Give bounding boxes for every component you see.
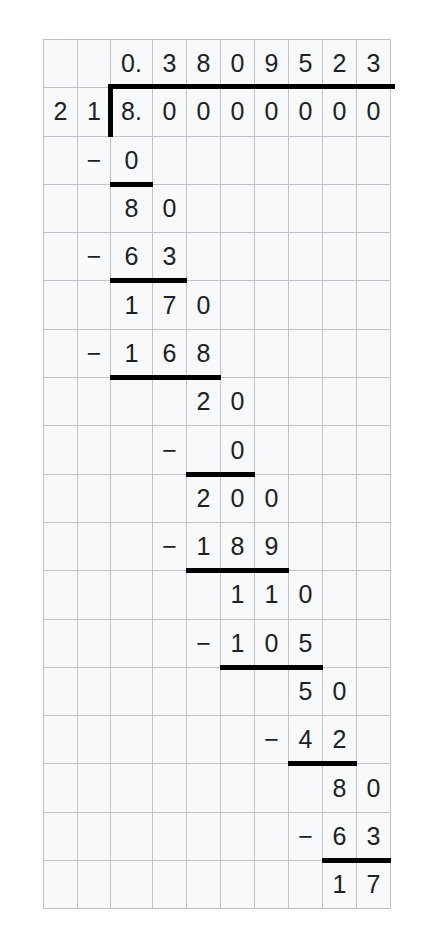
grid-cell-empty	[111, 861, 152, 908]
digit-cell: 3	[357, 813, 390, 860]
grid-cell-empty	[111, 475, 152, 522]
digit-cell: 1	[221, 571, 254, 618]
grid-cell-empty	[357, 330, 390, 377]
grid-cell-empty	[357, 185, 390, 232]
long-division-grid: 0.3809523218.0000000−080−63170−16820−020…	[43, 39, 391, 909]
digit-cell: 0	[357, 88, 390, 135]
digit-cell: 0	[153, 185, 186, 232]
grid-cell-empty	[221, 716, 254, 763]
grid-cell-empty	[323, 185, 356, 232]
digit-cell: 1	[78, 88, 110, 135]
digit-cell: 2	[187, 475, 220, 522]
grid-cell-empty	[78, 716, 110, 763]
grid-cell-empty	[153, 813, 186, 860]
grid-cell-empty	[44, 813, 77, 860]
digit-cell: 0	[289, 88, 322, 135]
grid-cell-empty	[78, 523, 110, 570]
grid-cell-empty	[323, 378, 356, 425]
grid-cell-empty	[255, 330, 288, 377]
grid-cell-empty	[221, 137, 254, 184]
digit-cell: 8.	[111, 88, 152, 135]
minus-sign-cell: −	[78, 137, 110, 184]
grid-cell-empty	[255, 137, 288, 184]
digit-cell: 0.	[111, 40, 152, 87]
grid-cell-empty	[78, 281, 110, 328]
digit-cell: 8	[323, 764, 356, 811]
grid-cell-empty	[44, 40, 77, 87]
grid-cell-empty	[323, 571, 356, 618]
grid-cell-empty	[153, 571, 186, 618]
grid-cell-empty	[289, 523, 322, 570]
digit-cell: 2	[187, 378, 220, 425]
digit-cell: 2	[323, 40, 356, 87]
digit-cell: 3	[153, 233, 186, 280]
grid-cell-empty	[78, 378, 110, 425]
grid-cell-empty	[78, 426, 110, 473]
grid-cell-empty	[323, 281, 356, 328]
grid-cell-empty	[187, 185, 220, 232]
grid-cell-empty	[44, 475, 77, 522]
minus-sign-cell: −	[255, 716, 288, 763]
digit-cell: 0	[187, 88, 220, 135]
digit-cell: 1	[221, 620, 254, 667]
digit-cell: 0	[153, 88, 186, 135]
grid-cell-empty	[255, 861, 288, 908]
grid-cell-empty	[255, 185, 288, 232]
grid-cell-empty	[357, 137, 390, 184]
grid-cell-empty	[323, 620, 356, 667]
grid-cell-empty	[289, 426, 322, 473]
digit-cell: 7	[357, 861, 390, 908]
grid-cell-empty	[221, 233, 254, 280]
digit-cell: 0	[187, 281, 220, 328]
grid-cell-empty	[44, 571, 77, 618]
grid-cell-empty	[44, 378, 77, 425]
grid-cell-empty	[323, 330, 356, 377]
grid-cell-empty	[255, 378, 288, 425]
grid-cell-empty	[357, 475, 390, 522]
grid-cell-empty	[111, 813, 152, 860]
grid-cell-empty	[44, 620, 77, 667]
grid-cell-empty	[221, 281, 254, 328]
digit-cell: 0	[221, 378, 254, 425]
grid-cell-empty	[153, 475, 186, 522]
grid-cell-empty	[255, 813, 288, 860]
digit-cell: 0	[289, 571, 322, 618]
grid-cell-empty	[323, 475, 356, 522]
grid-cell-empty	[111, 523, 152, 570]
grid-cell-empty	[221, 668, 254, 715]
grid-cell-empty	[187, 571, 220, 618]
grid-cell-empty	[153, 378, 186, 425]
grid-cell-empty	[187, 137, 220, 184]
grid-cell-empty	[153, 137, 186, 184]
minus-sign-cell: −	[187, 620, 220, 667]
grid-cell-empty	[357, 523, 390, 570]
grid-cell-empty	[289, 378, 322, 425]
grid-cell-empty	[255, 233, 288, 280]
grid-cell-empty	[357, 668, 390, 715]
digit-cell: 5	[289, 40, 322, 87]
grid-cell-empty	[187, 426, 220, 473]
grid-cell-empty	[221, 330, 254, 377]
grid-cell-empty	[357, 233, 390, 280]
digit-cell: 1	[255, 571, 288, 618]
digit-cell: 1	[323, 861, 356, 908]
digit-cell: 1	[187, 523, 220, 570]
grid-cell-empty	[187, 668, 220, 715]
grid-cell-empty	[289, 330, 322, 377]
digit-cell: 0	[221, 475, 254, 522]
digit-cell: 6	[323, 813, 356, 860]
digit-cell: 8	[187, 330, 220, 377]
digit-cell: 0	[221, 40, 254, 87]
digit-cell: 0	[111, 137, 152, 184]
grid-cell-empty	[111, 426, 152, 473]
digit-cell: 0	[255, 475, 288, 522]
grid-cell-empty	[357, 378, 390, 425]
grid-cell-empty	[289, 233, 322, 280]
grid-cell-empty	[111, 668, 152, 715]
digit-cell: 6	[153, 330, 186, 377]
grid-cell-empty	[289, 861, 322, 908]
digit-cell: 1	[111, 330, 152, 377]
grid-cell-empty	[289, 475, 322, 522]
grid-cell-empty	[78, 620, 110, 667]
grid-cell-empty	[187, 861, 220, 908]
grid-cell-empty	[187, 233, 220, 280]
grid-cell-empty	[357, 281, 390, 328]
digit-cell: 4	[289, 716, 322, 763]
grid-cell-empty	[78, 764, 110, 811]
grid-cell-empty	[153, 764, 186, 811]
digit-cell: 0	[255, 620, 288, 667]
grid-cell-empty	[187, 813, 220, 860]
digit-cell: 0	[255, 88, 288, 135]
grid-cell-empty	[44, 281, 77, 328]
digit-cell: 5	[289, 668, 322, 715]
digit-cell: 8	[187, 40, 220, 87]
digit-cell: 0	[323, 88, 356, 135]
grid-cell-empty	[289, 185, 322, 232]
digit-cell: 9	[255, 523, 288, 570]
grid-cell-empty	[255, 281, 288, 328]
grid-cell-empty	[289, 137, 322, 184]
grid-cell-empty	[44, 233, 77, 280]
grid-cell-empty	[44, 523, 77, 570]
grid-cell-empty	[111, 571, 152, 618]
grid-cell-empty	[78, 185, 110, 232]
grid-cell-empty	[111, 620, 152, 667]
grid-cell-empty	[323, 523, 356, 570]
digit-cell: 8	[111, 185, 152, 232]
grid-cell-empty	[221, 764, 254, 811]
grid-cell-empty	[187, 764, 220, 811]
grid-cell-empty	[111, 716, 152, 763]
grid-cell-empty	[357, 571, 390, 618]
grid-cell-empty	[255, 426, 288, 473]
grid-cell-empty	[153, 716, 186, 763]
digit-cell: 0	[221, 426, 254, 473]
digit-cell: 0	[221, 88, 254, 135]
grid-cell-empty	[44, 861, 77, 908]
grid-cell-empty	[78, 861, 110, 908]
digit-cell: 7	[153, 281, 186, 328]
grid-cell-empty	[187, 716, 220, 763]
digit-cell: 0	[357, 764, 390, 811]
grid-cell-empty	[289, 764, 322, 811]
minus-sign-cell: −	[78, 330, 110, 377]
grid-cell-empty	[111, 378, 152, 425]
digit-cell: 0	[323, 668, 356, 715]
grid-cell-empty	[357, 716, 390, 763]
minus-sign-cell: −	[153, 426, 186, 473]
minus-sign-cell: −	[78, 233, 110, 280]
grid-cell-empty	[44, 716, 77, 763]
digit-cell: 9	[255, 40, 288, 87]
digit-cell: 3	[357, 40, 390, 87]
grid-cell-empty	[221, 813, 254, 860]
grid-cell-empty	[78, 475, 110, 522]
minus-sign-cell: −	[153, 523, 186, 570]
grid-cell-empty	[153, 861, 186, 908]
grid-cell-empty	[78, 813, 110, 860]
grid-cell-empty	[323, 426, 356, 473]
grid-cell-empty	[44, 137, 77, 184]
grid-cell-empty	[357, 620, 390, 667]
digit-cell: 8	[221, 523, 254, 570]
digit-cell: 3	[153, 40, 186, 87]
grid-cell-empty	[78, 571, 110, 618]
digit-cell: 6	[111, 233, 152, 280]
grid-cell-empty	[221, 185, 254, 232]
grid-cell-empty	[44, 426, 77, 473]
grid-cell-empty	[255, 764, 288, 811]
digit-cell: 5	[289, 620, 322, 667]
grid-cell-empty	[153, 620, 186, 667]
grid-cell-empty	[323, 137, 356, 184]
grid-cell-empty	[323, 233, 356, 280]
page: 0.3809523218.0000000−080−63170−16820−020…	[0, 0, 438, 930]
grid-cell-empty	[289, 281, 322, 328]
grid-cell-empty	[255, 668, 288, 715]
digit-cell: 2	[323, 716, 356, 763]
grid-cell-empty	[78, 40, 110, 87]
grid-cell-empty	[44, 330, 77, 377]
grid-cell-empty	[44, 185, 77, 232]
minus-sign-cell: −	[289, 813, 322, 860]
grid-cell-empty	[357, 426, 390, 473]
grid-cell-empty	[111, 764, 152, 811]
grid-cell-empty	[78, 668, 110, 715]
grid-cell-empty	[44, 668, 77, 715]
grid-cell-empty	[153, 668, 186, 715]
digit-cell: 1	[111, 281, 152, 328]
grid-cell-empty	[221, 861, 254, 908]
grid-cell-empty	[44, 764, 77, 811]
digit-cell: 2	[44, 88, 77, 135]
